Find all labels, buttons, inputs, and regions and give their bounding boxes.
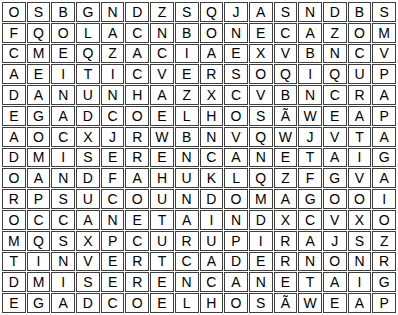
grid-cell[interactable]: R [125,148,149,168]
grid-cell[interactable]: F [298,168,322,188]
word-search-board: OSBGNDZSQJASNDBSFQOLACNBONECAZOMCMEQZACI… [0,0,398,315]
grid-cell[interactable]: A [224,272,248,292]
grid-cell[interactable]: O [51,23,75,43]
grid-cell[interactable]: S [372,2,396,22]
grid-cell[interactable]: B [175,127,199,147]
grid-cell[interactable]: J [298,127,322,147]
grid-cell[interactable]: O [323,252,347,272]
grid-cell[interactable]: V [224,127,248,147]
grid-cell[interactable]: H [200,106,224,126]
grid-cell[interactable]: A [200,44,224,64]
grid-cell[interactable]: N [51,85,75,105]
grid-cell[interactable]: Z [175,85,199,105]
grid-cell[interactable]: M [372,23,396,43]
grid-cell[interactable]: D [200,189,224,209]
grid-cell[interactable]: O [372,210,396,230]
grid-cell[interactable]: X [249,44,273,64]
grid-cell[interactable]: J [224,2,248,22]
grid-cell[interactable]: R [125,252,149,272]
grid-cell[interactable]: W [298,106,322,126]
grid-cell[interactable]: S [51,231,75,251]
grid-cell[interactable]: W [150,127,174,147]
grid-cell[interactable]: O [27,127,51,147]
grid-cell[interactable]: D [2,272,26,292]
grid-cell[interactable]: E [274,148,298,168]
grid-cell[interactable]: N [51,252,75,272]
grid-cell[interactable]: L [175,293,199,313]
grid-cell[interactable]: C [274,23,298,43]
grid-cell[interactable]: A [323,272,347,292]
grid-cell[interactable]: A [372,85,396,105]
grid-cell[interactable]: V [274,44,298,64]
grid-cell[interactable]: A [348,106,372,126]
grid-cell[interactable]: O [125,106,149,126]
grid-cell[interactable]: E [224,44,248,64]
grid-cell[interactable]: N [175,148,199,168]
grid-cell[interactable]: J [101,127,125,147]
grid-cell[interactable]: Q [274,64,298,84]
grid-cell[interactable]: C [27,210,51,230]
grid-cell[interactable]: G [76,2,100,22]
grid-cell[interactable]: N [298,252,322,272]
grid-cell[interactable]: Q [200,2,224,22]
grid-cell[interactable]: C [101,293,125,313]
grid-cell[interactable]: N [249,148,273,168]
grid-cell[interactable]: I [51,272,75,292]
grid-cell[interactable]: T [150,252,174,272]
grid-cell[interactable]: A [298,23,322,43]
grid-cell[interactable]: R [200,64,224,84]
grid-cell[interactable]: T [298,272,322,292]
grid-cell[interactable]: I [348,148,372,168]
grid-cell[interactable]: L [224,168,248,188]
grid-cell[interactable]: U [200,231,224,251]
grid-cell[interactable]: I [200,210,224,230]
grid-cell[interactable]: A [101,23,125,43]
grid-cell[interactable]: C [200,148,224,168]
grid-cell[interactable]: Q [27,231,51,251]
grid-cell[interactable]: P [372,64,396,84]
grid-cell[interactable]: S [76,272,100,292]
grid-cell[interactable]: D [249,210,273,230]
grid-cell[interactable]: S [224,64,248,84]
grid-cell[interactable]: T [150,210,174,230]
grid-cell[interactable]: E [150,148,174,168]
grid-cell[interactable]: S [249,293,273,313]
grid-cell[interactable]: K [200,168,224,188]
grid-cell[interactable]: Q [323,64,347,84]
grid-cell[interactable]: S [51,189,75,209]
grid-cell[interactable]: N [101,2,125,22]
grid-cell[interactable]: G [372,148,396,168]
grid-cell[interactable]: V [323,127,347,147]
grid-cell[interactable]: O [249,64,273,84]
grid-cell[interactable]: O [2,2,26,22]
grid-cell[interactable]: U [76,189,100,209]
grid-cell[interactable]: R [175,231,199,251]
grid-cell[interactable]: B [298,44,322,64]
grid-cell[interactable]: B [51,2,75,22]
grid-cell[interactable]: N [200,127,224,147]
grid-cell[interactable]: E [274,272,298,292]
grid-cell[interactable]: E [101,272,125,292]
grid-cell[interactable]: P [27,189,51,209]
grid-cell[interactable]: N [51,168,75,188]
grid-cell[interactable]: B [175,23,199,43]
grid-cell[interactable]: E [175,64,199,84]
grid-cell[interactable]: E [323,106,347,126]
grid-cell[interactable]: I [348,272,372,292]
grid-cell[interactable]: X [348,210,372,230]
grid-cell[interactable]: A [125,168,149,188]
grid-cell[interactable]: A [298,231,322,251]
grid-cell[interactable]: X [76,127,100,147]
grid-cell[interactable]: H [200,293,224,313]
grid-cell[interactable]: P [224,231,248,251]
grid-cell[interactable]: U [76,85,100,105]
grid-cell[interactable]: A [125,44,149,64]
grid-cell[interactable]: A [200,252,224,272]
grid-cell[interactable]: E [323,293,347,313]
grid-cell[interactable]: U [175,168,199,188]
grid-cell[interactable]: M [2,231,26,251]
grid-cell[interactable]: S [27,2,51,22]
grid-cell[interactable]: E [2,106,26,126]
grid-cell[interactable]: V [348,168,372,188]
grid-cell[interactable]: E [27,64,51,84]
grid-cell[interactable]: Q [76,44,100,64]
grid-cell[interactable]: A [76,210,100,230]
grid-cell[interactable]: A [372,127,396,147]
grid-cell[interactable]: H [125,85,149,105]
grid-cell[interactable]: V [249,85,273,105]
grid-cell[interactable]: J [323,231,347,251]
grid-cell[interactable]: R [2,189,26,209]
grid-cell[interactable]: I [27,252,51,272]
grid-cell[interactable]: S [274,2,298,22]
grid-cell[interactable]: O [348,189,372,209]
grid-cell[interactable]: Z [101,44,125,64]
grid-cell[interactable]: X [76,231,100,251]
grid-cell[interactable]: N [175,189,199,209]
grid-cell[interactable]: R [125,272,149,292]
grid-cell[interactable]: F [101,168,125,188]
grid-cell[interactable]: C [101,106,125,126]
grid-cell[interactable]: O [348,23,372,43]
grid-cell[interactable]: S [76,148,100,168]
grid-cell[interactable]: C [125,231,149,251]
grid-cell[interactable]: N [224,210,248,230]
grid-cell[interactable]: Q [249,168,273,188]
grid-cell[interactable]: C [150,44,174,64]
grid-cell[interactable]: C [2,44,26,64]
grid-cell[interactable]: E [101,252,125,272]
grid-cell[interactable]: N [323,44,347,64]
grid-cell[interactable]: A [224,148,248,168]
grid-cell[interactable]: C [348,44,372,64]
grid-cell[interactable]: A [348,293,372,313]
grid-cell[interactable]: A [372,168,396,188]
grid-cell[interactable]: P [372,106,396,126]
grid-cell[interactable]: I [51,148,75,168]
grid-cell[interactable]: D [76,293,100,313]
grid-cell[interactable]: W [298,293,322,313]
grid-cell[interactable]: I [175,44,199,64]
grid-cell[interactable]: Z [372,231,396,251]
grid-cell[interactable]: W [274,127,298,147]
grid-cell[interactable]: Z [150,2,174,22]
grid-cell[interactable]: T [298,148,322,168]
grid-cell[interactable]: C [51,127,75,147]
grid-cell[interactable]: H [150,168,174,188]
grid-cell[interactable]: O [125,189,149,209]
grid-cell[interactable]: E [150,106,174,126]
grid-cell[interactable]: R [274,231,298,251]
grid-cell[interactable]: O [224,189,248,209]
grid-cell[interactable]: A [150,85,174,105]
grid-cell[interactable]: O [2,210,26,230]
grid-cell[interactable]: G [298,189,322,209]
grid-cell[interactable]: I [372,189,396,209]
grid-cell[interactable]: L [175,106,199,126]
grid-cell[interactable]: V [372,44,396,64]
grid-cell[interactable]: E [150,272,174,292]
grid-cell[interactable]: M [27,148,51,168]
grid-cell[interactable]: O [200,23,224,43]
grid-cell[interactable]: G [27,293,51,313]
grid-cell[interactable]: T [2,252,26,272]
grid-cell[interactable]: Ã [274,293,298,313]
grid-cell[interactable]: E [125,210,149,230]
grid-cell[interactable]: C [125,64,149,84]
grid-cell[interactable]: R [125,127,149,147]
grid-cell[interactable]: M [27,44,51,64]
grid-cell[interactable]: Q [249,127,273,147]
grid-cell[interactable]: P [101,231,125,251]
grid-cell[interactable]: L [76,23,100,43]
grid-cell[interactable]: R [348,85,372,105]
grid-cell[interactable]: O [323,189,347,209]
grid-cell[interactable]: Z [323,23,347,43]
grid-cell[interactable]: A [2,64,26,84]
grid-cell[interactable]: S [249,106,273,126]
grid-cell[interactable]: T [76,64,100,84]
grid-cell[interactable]: C [298,210,322,230]
grid-cell[interactable]: C [323,85,347,105]
grid-cell[interactable]: A [175,210,199,230]
grid-cell[interactable]: X [274,210,298,230]
grid-cell[interactable]: I [298,64,322,84]
grid-cell[interactable]: M [27,272,51,292]
grid-cell[interactable]: N [101,85,125,105]
grid-cell[interactable]: C [101,189,125,209]
grid-cell[interactable]: N [298,2,322,22]
grid-cell[interactable]: M [249,189,273,209]
grid-cell[interactable]: S [175,2,199,22]
grid-cell[interactable]: V [150,64,174,84]
grid-cell[interactable]: D [2,148,26,168]
grid-cell[interactable]: C [224,85,248,105]
grid-cell[interactable]: C [175,252,199,272]
grid-cell[interactable]: N [175,272,199,292]
grid-cell[interactable]: N [298,85,322,105]
grid-cell[interactable]: A [323,148,347,168]
grid-cell[interactable]: I [249,231,273,251]
grid-cell[interactable]: G [323,168,347,188]
grid-cell[interactable]: B [274,85,298,105]
grid-cell[interactable]: A [249,2,273,22]
grid-cell[interactable]: O [224,106,248,126]
grid-cell[interactable]: Q [27,23,51,43]
grid-cell[interactable]: D [76,106,100,126]
grid-cell[interactable]: D [224,252,248,272]
grid-cell[interactable]: C [125,23,149,43]
grid-cell[interactable]: R [372,252,396,272]
grid-cell[interactable]: O [2,168,26,188]
grid-cell[interactable]: F [2,23,26,43]
grid-cell[interactable]: U [150,189,174,209]
grid-cell[interactable]: X [200,85,224,105]
grid-cell[interactable]: Ã [274,106,298,126]
grid-cell[interactable]: Z [274,168,298,188]
grid-cell[interactable]: N [150,23,174,43]
grid-cell[interactable]: C [200,272,224,292]
grid-cell[interactable]: B [348,2,372,22]
grid-cell[interactable]: E [150,293,174,313]
grid-cell[interactable]: A [51,293,75,313]
grid-cell[interactable]: O [224,293,248,313]
grid-cell[interactable]: E [249,252,273,272]
grid-cell[interactable]: N [249,272,273,292]
grid-cell[interactable]: U [348,64,372,84]
grid-cell[interactable]: A [274,189,298,209]
grid-cell[interactable]: V [76,252,100,272]
grid-cell[interactable]: D [76,168,100,188]
grid-cell[interactable]: E [2,293,26,313]
grid-cell[interactable]: E [249,23,273,43]
grid-cell[interactable]: O [125,293,149,313]
grid-cell[interactable]: V [323,210,347,230]
grid-cell[interactable]: I [101,64,125,84]
grid-cell[interactable]: A [51,106,75,126]
grid-cell[interactable]: I [51,64,75,84]
grid-cell[interactable]: R [274,252,298,272]
grid-cell[interactable]: A [27,168,51,188]
grid-cell[interactable]: D [125,2,149,22]
grid-cell[interactable]: S [348,231,372,251]
grid-cell[interactable]: C [51,210,75,230]
grid-cell[interactable]: P [372,293,396,313]
grid-cell[interactable]: A [2,127,26,147]
grid-cell[interactable]: N [101,210,125,230]
grid-cell[interactable]: N [224,23,248,43]
grid-cell[interactable]: G [372,272,396,292]
grid-cell[interactable]: T [348,127,372,147]
grid-cell[interactable]: U [150,231,174,251]
grid-cell[interactable]: D [2,85,26,105]
grid-cell[interactable]: E [51,44,75,64]
grid-cell[interactable]: D [323,2,347,22]
grid-cell[interactable]: G [27,106,51,126]
grid-cell[interactable]: A [27,85,51,105]
word-search-grid: OSBGNDZSQJASNDBSFQOLACNBONECAZOMCMEQZACI… [2,2,396,313]
grid-cell[interactable]: N [348,252,372,272]
grid-cell[interactable]: E [101,148,125,168]
